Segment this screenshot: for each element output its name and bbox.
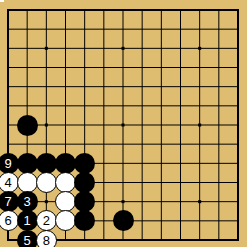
white-stone (55, 210, 76, 231)
white-stone: 6 (0, 210, 19, 231)
move-number-label: 1 (24, 214, 31, 227)
black-stone (55, 153, 76, 174)
white-stone (36, 172, 57, 193)
move-number-label: 4 (4, 176, 11, 189)
move-number-label: 6 (4, 214, 11, 227)
white-stone (55, 191, 76, 212)
white-stone: 4 (0, 172, 19, 193)
black-stone (17, 153, 38, 174)
black-stone: 3 (17, 191, 38, 212)
go-board-diagram: 947361258 (0, 0, 247, 247)
black-stone: 9 (0, 153, 19, 174)
black-stone (17, 115, 38, 136)
black-stone (74, 191, 95, 212)
move-number-label: 5 (24, 234, 31, 247)
white-stone (55, 172, 76, 193)
black-stone (74, 172, 95, 193)
black-stone: 5 (17, 230, 38, 247)
black-stone (74, 153, 95, 174)
black-stone (113, 210, 134, 231)
white-stone: 8 (36, 230, 57, 247)
black-stone (74, 210, 95, 231)
black-stone (36, 153, 57, 174)
top-left-page-notch (0, 0, 4, 2)
move-number-label: 9 (4, 157, 11, 170)
move-number-label: 7 (4, 195, 11, 208)
black-stone: 7 (0, 191, 19, 212)
black-stone: 1 (17, 210, 38, 231)
move-number-label: 2 (43, 214, 50, 227)
stones-layer: 947361258 (0, 0, 247, 247)
white-stone (17, 172, 38, 193)
move-number-label: 3 (24, 195, 31, 208)
move-number-label: 8 (43, 234, 50, 247)
white-stone: 2 (36, 210, 57, 231)
